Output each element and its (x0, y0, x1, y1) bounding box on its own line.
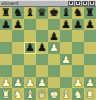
square-b8[interactable]: ♞ (12, 7, 24, 19)
white-bishop: ♝ (61, 89, 70, 100)
square-d7[interactable] (36, 19, 48, 31)
square-g3[interactable] (72, 65, 84, 77)
black-pawn: ♟ (37, 42, 46, 53)
black-pawn: ♟ (61, 19, 70, 30)
white-pawn: ♟ (1, 77, 10, 88)
black-pawn: ♟ (85, 19, 94, 30)
square-h2[interactable]: ♟ (84, 77, 96, 89)
black-bishop: ♝ (25, 7, 34, 18)
square-d3[interactable] (36, 65, 48, 77)
square-c1[interactable]: ♝ (24, 88, 36, 100)
square-d8[interactable]: ♛ (36, 7, 48, 19)
square-d1[interactable]: ♛ (36, 88, 48, 100)
dot-icon (91, 2, 93, 4)
square-a7[interactable]: ♟ (0, 19, 12, 31)
black-rook: ♜ (1, 7, 10, 18)
square-c6[interactable] (24, 30, 36, 42)
square-f8[interactable]: ♝ (60, 7, 72, 19)
square-c4[interactable] (24, 54, 36, 66)
white-pawn: ♟ (61, 54, 70, 65)
dot-icon (77, 2, 79, 4)
titlebar-button-3[interactable] (82, 1, 88, 6)
black-pawn: ♟ (1, 19, 10, 30)
square-g5[interactable] (72, 42, 84, 54)
titlebar-button-2[interactable] (75, 1, 81, 6)
square-b1[interactable]: ♞ (12, 88, 24, 100)
white-knight: ♞ (13, 89, 22, 100)
square-e4[interactable] (48, 54, 60, 66)
square-a1[interactable]: ♜ (0, 88, 12, 100)
square-a2[interactable]: ♟ (0, 77, 12, 89)
black-pawn: ♟ (25, 42, 34, 53)
square-c7[interactable] (24, 19, 36, 31)
square-e6[interactable]: ♟ (48, 30, 60, 42)
square-a4[interactable] (0, 54, 12, 66)
square-a5[interactable] (0, 42, 12, 54)
square-h6[interactable] (84, 30, 96, 42)
white-knight: ♞ (73, 89, 82, 100)
square-f5[interactable] (60, 42, 72, 54)
white-pawn: ♟ (73, 77, 82, 88)
square-g2[interactable]: ♟ (72, 77, 84, 89)
square-f6[interactable] (60, 30, 72, 42)
black-bishop: ♝ (61, 7, 70, 18)
square-h8[interactable]: ♜ (84, 7, 96, 19)
white-pawn: ♟ (37, 77, 46, 88)
square-g7[interactable]: ♟ (72, 19, 84, 31)
black-pawn: ♟ (13, 19, 22, 30)
square-a6[interactable] (0, 30, 12, 42)
white-pawn: ♟ (85, 77, 94, 88)
square-b3[interactable] (12, 65, 24, 77)
square-d2[interactable]: ♟ (36, 77, 48, 89)
square-a3[interactable] (0, 65, 12, 77)
titlebar-button-4[interactable] (89, 1, 95, 6)
white-king: ♚ (49, 89, 58, 100)
square-c2[interactable]: ♟ (24, 77, 36, 89)
xboard-window: xboard ♜♞♝♛♚♝♞♜♟♟♟♟♟♟♟♟♟♟♟♟♟♟♟♟♜♞♝♛♚♝♞♜ (0, 0, 96, 100)
titlebar-button-1[interactable] (68, 1, 74, 6)
square-a8[interactable]: ♜ (0, 7, 12, 19)
square-f2[interactable] (60, 77, 72, 89)
square-g8[interactable]: ♞ (72, 7, 84, 19)
white-pawn: ♟ (49, 42, 58, 53)
black-pawn: ♟ (73, 19, 82, 30)
square-d4[interactable] (36, 54, 48, 66)
white-pawn: ♟ (25, 77, 34, 88)
black-knight: ♞ (73, 7, 82, 18)
square-g1[interactable]: ♞ (72, 88, 84, 100)
square-e1[interactable]: ♚ (48, 88, 60, 100)
black-rook: ♜ (85, 7, 94, 18)
white-rook: ♜ (1, 89, 10, 100)
white-queen: ♛ (37, 89, 46, 100)
square-b4[interactable] (12, 54, 24, 66)
square-e8[interactable]: ♚ (48, 7, 60, 19)
square-d5[interactable]: ♟ (36, 42, 48, 54)
square-h5[interactable] (84, 42, 96, 54)
window-title: xboard (0, 0, 68, 6)
square-c5[interactable]: ♟ (24, 42, 36, 54)
white-rook: ♜ (85, 89, 94, 100)
square-c8[interactable]: ♝ (24, 7, 36, 19)
square-f1[interactable]: ♝ (60, 88, 72, 100)
square-h3[interactable] (84, 65, 96, 77)
square-f4[interactable]: ♟ (60, 54, 72, 66)
titlebar[interactable]: xboard (0, 0, 96, 7)
square-g6[interactable] (72, 30, 84, 42)
dot-icon (70, 2, 72, 4)
square-h4[interactable] (84, 54, 96, 66)
white-bishop: ♝ (25, 89, 34, 100)
square-e3[interactable] (48, 65, 60, 77)
square-b2[interactable]: ♟ (12, 77, 24, 89)
black-pawn: ♟ (49, 31, 58, 42)
square-h1[interactable]: ♜ (84, 88, 96, 100)
titlebar-buttons (68, 1, 96, 6)
square-e2[interactable] (48, 77, 60, 89)
square-c3[interactable] (24, 65, 36, 77)
square-h7[interactable]: ♟ (84, 19, 96, 31)
square-f3[interactable] (60, 65, 72, 77)
square-d6[interactable] (36, 30, 48, 42)
square-e5[interactable]: ♟ (48, 42, 60, 54)
black-knight: ♞ (13, 7, 22, 18)
white-pawn: ♟ (13, 77, 22, 88)
square-b5[interactable] (12, 42, 24, 54)
square-g4[interactable] (72, 54, 84, 66)
square-b7[interactable]: ♟ (12, 19, 24, 31)
square-e7[interactable] (48, 19, 60, 31)
black-king: ♚ (49, 7, 58, 18)
chess-board: ♜♞♝♛♚♝♞♜♟♟♟♟♟♟♟♟♟♟♟♟♟♟♟♟♜♞♝♛♚♝♞♜ (0, 7, 96, 100)
square-f7[interactable]: ♟ (60, 19, 72, 31)
black-queen: ♛ (37, 7, 46, 18)
dot-icon (84, 2, 86, 4)
square-b6[interactable] (12, 30, 24, 42)
